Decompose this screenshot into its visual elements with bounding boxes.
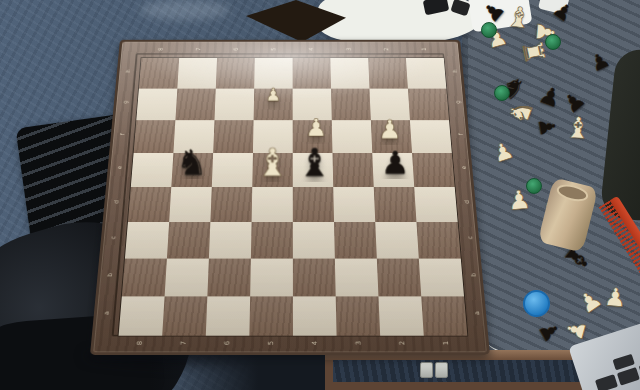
coordinate-label-1: 1 [419, 34, 430, 64]
coordinate-label-e: e [115, 163, 125, 172]
spare-piece-white-pawn: ♟ [599, 282, 632, 315]
green-felt-base [545, 34, 561, 50]
coordinate-label-4: 4 [310, 323, 320, 363]
coordinate-label-1: 1 [440, 323, 453, 363]
green-felt-base [494, 85, 510, 101]
coordinate-label-7: 7 [193, 34, 203, 64]
coordinate-label-a: a [472, 308, 483, 319]
piece-black-knight-e7: ♞ [172, 143, 212, 183]
board-frame: ♟♟♟♞♝♝♟ 8877665544332211hhggffeeddccbbaa [90, 40, 490, 355]
coordinate-label-d: d [462, 197, 472, 207]
box-hinge-left [420, 362, 433, 378]
coordinate-label-g: g [121, 98, 131, 107]
coordinate-label-e: e [459, 163, 469, 172]
coordinate-label-4: 4 [307, 34, 316, 64]
coordinate-label-3: 3 [353, 323, 364, 363]
coordinate-label-f: f [456, 130, 466, 139]
green-felt-base [481, 22, 497, 38]
coordinate-label-a: a [101, 308, 112, 319]
coordinate-label-5: 5 [269, 34, 278, 64]
coordinate-label-b: b [468, 270, 479, 280]
coordinate-label-8: 8 [156, 34, 167, 64]
coordinate-label-6: 6 [222, 323, 233, 363]
blue-bottle-cap [523, 290, 550, 317]
coordinate-label-3: 3 [344, 34, 354, 64]
tube-opening [555, 182, 590, 204]
piece-black-pawn-e2: ♟ [375, 143, 415, 183]
arrow-left-key [595, 374, 618, 390]
piece-black-bishop-e4: ♝ [295, 143, 335, 183]
coordinate-label-h: h [124, 67, 133, 75]
box-hinge-right [435, 362, 448, 378]
piece-white-bishop-e5: ♝ [252, 143, 292, 183]
coordinate-label-f: f [118, 130, 128, 139]
spare-piece-black-pawn: ♟ [530, 110, 565, 145]
coordinate-label-d: d [112, 197, 122, 207]
spare-piece-white-pawn: ♟ [484, 133, 522, 171]
coordinate-label-2: 2 [396, 323, 408, 363]
coordinate-label-b: b [105, 270, 116, 280]
arrow-down-key [617, 367, 640, 386]
coordinate-label-7: 7 [178, 323, 190, 363]
spare-piece-white-bishop: ♝ [562, 112, 594, 144]
coordinate-label-h: h [451, 67, 460, 75]
piece-white-pawn-g5: ♟ [254, 75, 293, 114]
coordinate-label-2: 2 [382, 34, 392, 64]
photo-scene: ♟♟♟♞♝♝♟ 8877665544332211hhggffeeddccbbaa… [0, 0, 640, 390]
green-felt-base [526, 178, 542, 194]
chess-board: ♟♟♟♞♝♝♟ 8877665544332211hhggffeeddccbbaa [90, 40, 490, 355]
spare-piece-black-pawn: ♟ [580, 42, 620, 82]
coordinate-label-6: 6 [231, 34, 240, 64]
coordinate-label-g: g [453, 98, 463, 107]
coordinate-label-c: c [108, 233, 118, 243]
coordinate-label-5: 5 [266, 323, 276, 363]
coordinate-label-c: c [465, 233, 475, 243]
